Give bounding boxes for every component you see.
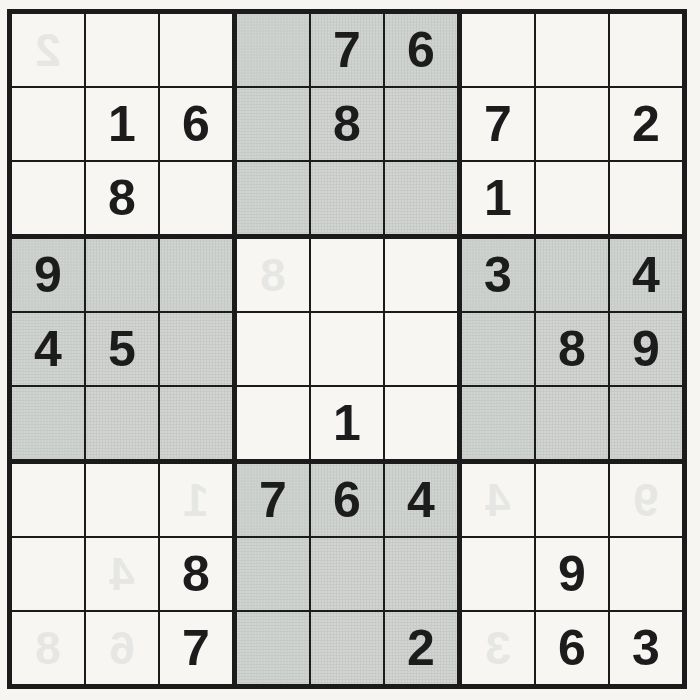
given-digit: 2 [407,620,435,676]
cell-r7c6[interactable]: 4 [384,462,460,538]
cell-r9c9[interactable]: 3 [609,611,685,687]
cell-r4c8[interactable] [535,237,609,313]
cell-r5c5[interactable] [310,312,384,386]
cell-r5c7[interactable] [460,312,536,386]
given-digit: 8 [182,546,210,602]
scanned-page: 27616872819834458911764494898672363 [0,0,700,700]
cell-r1c2[interactable] [85,12,159,88]
cell-r4c3[interactable] [159,237,235,313]
cell-r8c1[interactable] [10,537,86,611]
cell-r7c4[interactable]: 7 [235,462,311,538]
cell-r9c4[interactable] [235,611,311,687]
cell-r1c9[interactable] [609,12,685,88]
grid-row-6: 1 [10,386,685,462]
bleedthrough-digit: 4 [462,464,534,536]
cell-r3c5[interactable] [310,161,384,237]
given-digit: 6 [558,620,586,676]
cell-r7c7[interactable]: 4 [460,462,536,538]
grid-row-1: 276 [10,12,685,88]
cell-r6c5[interactable]: 1 [310,386,384,462]
given-digit: 6 [333,472,361,528]
cell-r1c3[interactable] [159,12,235,88]
cell-r6c4[interactable] [235,386,311,462]
given-digit: 3 [632,620,660,676]
given-digit: 7 [259,472,287,528]
cell-r7c2[interactable] [85,462,159,538]
cell-r4c4[interactable]: 8 [235,237,311,313]
given-digit: 6 [182,96,210,152]
cell-r4c6[interactable] [384,237,460,313]
cell-r6c9[interactable] [609,386,685,462]
cell-r6c8[interactable] [535,386,609,462]
cell-r8c6[interactable] [384,537,460,611]
cell-r6c2[interactable] [85,386,159,462]
cell-r5c9[interactable]: 9 [609,312,685,386]
cell-r9c2[interactable]: 6 [85,611,159,687]
grid-row-5: 4589 [10,312,685,386]
cell-r5c3[interactable] [159,312,235,386]
given-digit: 9 [558,546,586,602]
cell-r3c1[interactable] [10,161,86,237]
cell-r7c1[interactable] [10,462,86,538]
bleedthrough-digit: 1 [160,464,232,536]
given-digit: 1 [108,96,136,152]
cell-r9c5[interactable] [310,611,384,687]
cell-r3c6[interactable] [384,161,460,237]
cell-r3c7[interactable]: 1 [460,161,536,237]
cell-r6c6[interactable] [384,386,460,462]
cell-r2c3[interactable]: 6 [159,87,235,161]
cell-r6c1[interactable] [10,386,86,462]
cell-r8c4[interactable] [235,537,311,611]
cell-r5c8[interactable]: 8 [535,312,609,386]
grid-row-8: 489 [10,537,685,611]
grid-row-4: 9834 [10,237,685,313]
cell-r2c8[interactable] [535,87,609,161]
grid-row-9: 8672363 [10,611,685,687]
cell-r8c5[interactable] [310,537,384,611]
cell-r7c5[interactable]: 6 [310,462,384,538]
cell-r3c2[interactable]: 8 [85,161,159,237]
given-digit: 7 [484,96,512,152]
cell-r7c9[interactable]: 9 [609,462,685,538]
cell-r9c3[interactable]: 7 [159,611,235,687]
cell-r7c3[interactable]: 1 [159,462,235,538]
cell-r8c7[interactable] [460,537,536,611]
given-digit: 1 [333,395,361,451]
cell-r8c9[interactable] [609,537,685,611]
given-digit: 2 [632,96,660,152]
given-digit: 4 [34,321,62,377]
cell-r7c8[interactable] [535,462,609,538]
sudoku-grid: 27616872819834458911764494898672363 [7,9,687,689]
given-digit: 6 [407,22,435,78]
cell-r1c7[interactable] [460,12,536,88]
sudoku-grid-body: 27616872819834458911764494898672363 [10,12,685,687]
bleedthrough-digit: 2 [12,14,84,86]
cell-r9c6[interactable]: 2 [384,611,460,687]
bleedthrough-digit: 9 [610,464,682,536]
bleedthrough-digit: 3 [462,612,534,684]
cell-r1c5[interactable]: 7 [310,12,384,88]
given-digit: 4 [407,472,435,528]
bleedthrough-digit: 4 [86,538,158,610]
given-digit: 9 [34,247,62,303]
bleedthrough-digit: 6 [86,612,158,684]
cell-r6c3[interactable] [159,386,235,462]
cell-r6c7[interactable] [460,386,536,462]
cell-r9c1[interactable]: 8 [10,611,86,687]
cell-r2c7[interactable]: 7 [460,87,536,161]
cell-r8c3[interactable]: 8 [159,537,235,611]
cell-r5c1[interactable]: 4 [10,312,86,386]
cell-r3c9[interactable] [609,161,685,237]
cell-r1c6[interactable]: 6 [384,12,460,88]
grid-row-2: 16872 [10,87,685,161]
cell-r2c5[interactable]: 8 [310,87,384,161]
cell-r2c2[interactable]: 1 [85,87,159,161]
given-digit: 3 [484,247,512,303]
cell-r2c9[interactable]: 2 [609,87,685,161]
cell-r3c8[interactable] [535,161,609,237]
cell-r9c7[interactable]: 3 [460,611,536,687]
cell-r2c6[interactable] [384,87,460,161]
given-digit: 8 [558,321,586,377]
bleedthrough-digit: 8 [12,612,84,684]
cell-r4c7[interactable]: 3 [460,237,536,313]
cell-r2c1[interactable] [10,87,86,161]
given-digit: 9 [632,321,660,377]
cell-r2c4[interactable] [235,87,311,161]
given-digit: 7 [182,620,210,676]
grid-row-3: 81 [10,161,685,237]
cell-r4c2[interactable] [85,237,159,313]
cell-r8c2[interactable]: 4 [85,537,159,611]
cell-r9c8[interactable]: 6 [535,611,609,687]
cell-r1c4[interactable] [235,12,311,88]
cell-r3c4[interactable] [235,161,311,237]
cell-r4c5[interactable] [310,237,384,313]
given-digit: 1 [484,170,512,226]
cell-r4c9[interactable]: 4 [609,237,685,313]
given-digit: 5 [108,321,136,377]
given-digit: 8 [333,96,361,152]
cell-r8c8[interactable]: 9 [535,537,609,611]
cell-r1c1[interactable]: 2 [10,12,86,88]
cell-r5c2[interactable]: 5 [85,312,159,386]
given-digit: 8 [108,170,136,226]
given-digit: 4 [632,247,660,303]
cell-r5c4[interactable] [235,312,311,386]
given-digit: 7 [333,22,361,78]
grid-row-7: 176449 [10,462,685,538]
cell-r1c8[interactable] [535,12,609,88]
cell-r3c3[interactable] [159,161,235,237]
cell-r5c6[interactable] [384,312,460,386]
bleedthrough-digit: 8 [237,239,309,311]
cell-r4c1[interactable]: 9 [10,237,86,313]
